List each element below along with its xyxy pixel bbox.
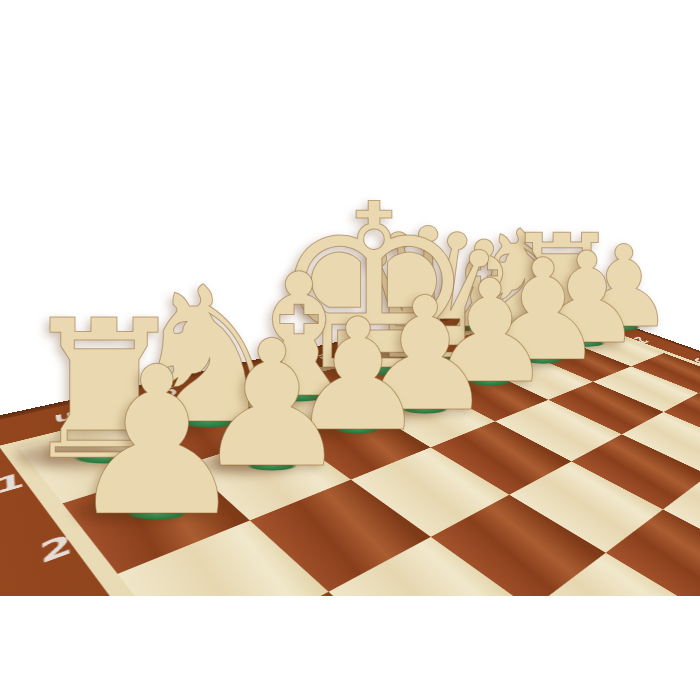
chess-set-photo: 1122334455667788hhggffeeddccbbaa ♜♞♝♛♚♝♞… bbox=[0, 0, 700, 700]
pawn-glyph: ♟ bbox=[65, 340, 249, 545]
pieces-layer: ♜♞♝♛♚♝♞♜♟♟♟♟♟♟♟♟ bbox=[0, 0, 700, 700]
background bbox=[0, 596, 700, 700]
